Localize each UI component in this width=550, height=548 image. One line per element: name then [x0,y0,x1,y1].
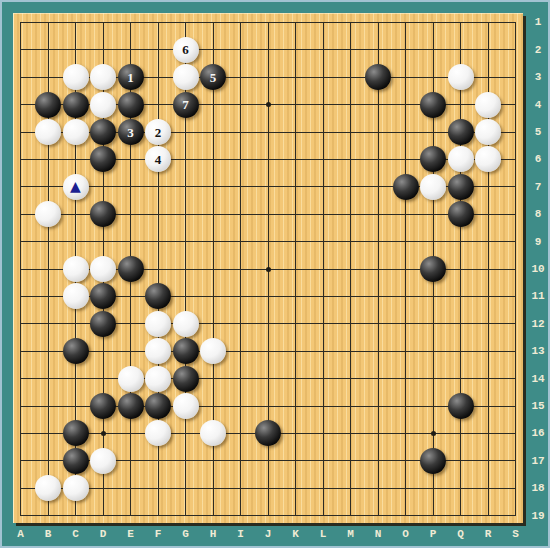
board-point-F4[interactable] [144,91,172,118]
board-point-S6[interactable] [502,146,530,173]
board-point-C5[interactable] [62,118,90,145]
board-point-I6[interactable] [227,146,255,173]
board-point-J5[interactable] [254,118,282,145]
board-point-M7[interactable] [337,173,365,200]
board-point-S2[interactable] [502,36,530,63]
board-point-S7[interactable] [502,173,530,200]
board-point-E6[interactable] [117,146,145,173]
board-point-O3[interactable] [392,64,420,91]
board-point-D4[interactable] [89,91,117,118]
board-point-P8[interactable] [419,201,447,228]
board-point-C10[interactable] [62,255,90,282]
board-point-S4[interactable] [502,91,530,118]
board-point-K15[interactable] [282,392,310,419]
board-point-B18[interactable] [34,474,62,501]
board-point-M18[interactable] [337,474,365,501]
board-point-F18[interactable] [144,474,172,501]
board-point-J7[interactable] [254,173,282,200]
board-point-G17[interactable] [172,447,200,474]
board-point-B12[interactable] [34,310,62,337]
board-point-M3[interactable] [337,64,365,91]
board-point-B9[interactable] [34,228,62,255]
board-point-J8[interactable] [254,201,282,228]
board-point-N2[interactable] [364,36,392,63]
board-point-O13[interactable] [392,338,420,365]
board-point-K13[interactable] [282,338,310,365]
board-point-M11[interactable] [337,283,365,310]
board-point-B1[interactable] [34,9,62,36]
board-point-H6[interactable] [199,146,227,173]
board-point-R5[interactable] [474,118,502,145]
board-point-J4[interactable] [254,91,282,118]
board-point-N11[interactable] [364,283,392,310]
board-point-R1[interactable] [474,9,502,36]
board-point-O7[interactable] [392,173,420,200]
board-point-C8[interactable] [62,201,90,228]
board-point-O9[interactable] [392,228,420,255]
board-point-Q13[interactable] [447,338,475,365]
board-point-O8[interactable] [392,201,420,228]
board-point-J14[interactable] [254,365,282,392]
board-point-O5[interactable] [392,118,420,145]
board-point-A9[interactable] [7,228,35,255]
board-point-I3[interactable] [227,64,255,91]
board-point-L10[interactable] [309,255,337,282]
board-point-O15[interactable] [392,392,420,419]
board-point-C6[interactable] [62,146,90,173]
board-point-K11[interactable] [282,283,310,310]
board-point-Q12[interactable] [447,310,475,337]
board-point-R13[interactable] [474,338,502,365]
board-point-I2[interactable] [227,36,255,63]
board-point-F17[interactable] [144,447,172,474]
board-point-L7[interactable] [309,173,337,200]
board-point-E9[interactable] [117,228,145,255]
board-point-A3[interactable] [7,64,35,91]
board-point-I9[interactable] [227,228,255,255]
board-point-J17[interactable] [254,447,282,474]
board-point-O11[interactable] [392,283,420,310]
board-point-R16[interactable] [474,420,502,447]
board-point-I14[interactable] [227,365,255,392]
board-point-Q17[interactable] [447,447,475,474]
board-point-I11[interactable] [227,283,255,310]
board-point-R4[interactable] [474,91,502,118]
board-point-B15[interactable] [34,392,62,419]
board-point-J9[interactable] [254,228,282,255]
board-point-H2[interactable] [199,36,227,63]
board-point-E8[interactable] [117,201,145,228]
board-point-F14[interactable] [144,365,172,392]
board-point-S1[interactable] [502,9,530,36]
board-point-L13[interactable] [309,338,337,365]
board-point-S17[interactable] [502,447,530,474]
board-point-Q16[interactable] [447,420,475,447]
board-point-M2[interactable] [337,36,365,63]
board-point-N13[interactable] [364,338,392,365]
board-point-M10[interactable] [337,255,365,282]
board-point-H13[interactable] [199,338,227,365]
board-point-Q5[interactable] [447,118,475,145]
board-point-R3[interactable] [474,64,502,91]
board-point-E4[interactable] [117,91,145,118]
board-point-R11[interactable] [474,283,502,310]
board-point-L8[interactable] [309,201,337,228]
board-point-R6[interactable] [474,146,502,173]
board-point-F10[interactable] [144,255,172,282]
board-point-I17[interactable] [227,447,255,474]
board-point-G6[interactable] [172,146,200,173]
board-point-A6[interactable] [7,146,35,173]
board-point-D16[interactable] [89,420,117,447]
board-point-A10[interactable] [7,255,35,282]
board-point-A15[interactable] [7,392,35,419]
board-point-I8[interactable] [227,201,255,228]
board-point-H14[interactable] [199,365,227,392]
board-point-I13[interactable] [227,338,255,365]
board-point-Q8[interactable] [447,201,475,228]
board-point-B13[interactable] [34,338,62,365]
board-point-G12[interactable] [172,310,200,337]
board-point-D12[interactable] [89,310,117,337]
board-point-F1[interactable] [144,9,172,36]
board-point-O16[interactable] [392,420,420,447]
board-point-G14[interactable] [172,365,200,392]
board-point-K12[interactable] [282,310,310,337]
board-point-A18[interactable] [7,474,35,501]
board-point-P17[interactable] [419,447,447,474]
board-point-S13[interactable] [502,338,530,365]
board-point-F12[interactable] [144,310,172,337]
board-point-L11[interactable] [309,283,337,310]
board-point-O1[interactable] [392,9,420,36]
board-point-B7[interactable] [34,173,62,200]
board-point-M9[interactable] [337,228,365,255]
board-point-J1[interactable] [254,9,282,36]
board-point-E2[interactable] [117,36,145,63]
board-point-N1[interactable] [364,9,392,36]
board-point-C7[interactable]: ▲ [62,173,90,200]
board-point-G4[interactable]: 7 [172,91,200,118]
board-point-G1[interactable] [172,9,200,36]
board-point-N5[interactable] [364,118,392,145]
board-point-H9[interactable] [199,228,227,255]
board-point-B3[interactable] [34,64,62,91]
board-point-O14[interactable] [392,365,420,392]
board-point-H5[interactable] [199,118,227,145]
board-point-L4[interactable] [309,91,337,118]
board-point-K3[interactable] [282,64,310,91]
board-point-B11[interactable] [34,283,62,310]
board-point-Q3[interactable] [447,64,475,91]
board-point-G5[interactable] [172,118,200,145]
board-point-K16[interactable] [282,420,310,447]
board-point-C15[interactable] [62,392,90,419]
board-point-G3[interactable] [172,64,200,91]
board-point-J6[interactable] [254,146,282,173]
board-point-F13[interactable] [144,338,172,365]
board-point-K6[interactable] [282,146,310,173]
board-point-M5[interactable] [337,118,365,145]
board-point-D18[interactable] [89,474,117,501]
board-point-Q9[interactable] [447,228,475,255]
board-point-C1[interactable] [62,9,90,36]
board-point-Q18[interactable] [447,474,475,501]
board-point-Q15[interactable] [447,392,475,419]
board-point-S16[interactable] [502,420,530,447]
board-point-C14[interactable] [62,365,90,392]
board-point-I7[interactable] [227,173,255,200]
board-point-D1[interactable] [89,9,117,36]
board-point-H4[interactable] [199,91,227,118]
board-point-L17[interactable] [309,447,337,474]
board-point-O10[interactable] [392,255,420,282]
board-point-P15[interactable] [419,392,447,419]
board-point-B2[interactable] [34,36,62,63]
board-point-J16[interactable] [254,420,282,447]
board-point-S18[interactable] [502,474,530,501]
board-point-I16[interactable] [227,420,255,447]
board-point-Q14[interactable] [447,365,475,392]
board-point-B5[interactable] [34,118,62,145]
board-point-Q11[interactable] [447,283,475,310]
board-point-E1[interactable] [117,9,145,36]
board-point-P4[interactable] [419,91,447,118]
board-point-F11[interactable] [144,283,172,310]
board-point-F7[interactable] [144,173,172,200]
board-point-L9[interactable] [309,228,337,255]
board-point-R9[interactable] [474,228,502,255]
board-point-P9[interactable] [419,228,447,255]
board-point-A12[interactable] [7,310,35,337]
board-point-H7[interactable] [199,173,227,200]
board-point-N16[interactable] [364,420,392,447]
board-point-H12[interactable] [199,310,227,337]
board-point-C16[interactable] [62,420,90,447]
board-point-L6[interactable] [309,146,337,173]
board-point-E17[interactable] [117,447,145,474]
board-point-D8[interactable] [89,201,117,228]
board-point-C18[interactable] [62,474,90,501]
board-point-E18[interactable] [117,474,145,501]
board-point-G13[interactable] [172,338,200,365]
board-point-P14[interactable] [419,365,447,392]
board-point-A11[interactable] [7,283,35,310]
board-point-D9[interactable] [89,228,117,255]
board-point-N4[interactable] [364,91,392,118]
board-point-A5[interactable] [7,118,35,145]
board-point-S10[interactable] [502,255,530,282]
board-point-P10[interactable] [419,255,447,282]
board-point-L1[interactable] [309,9,337,36]
board-point-I1[interactable] [227,9,255,36]
board-point-F9[interactable] [144,228,172,255]
board-point-E10[interactable] [117,255,145,282]
board-point-K14[interactable] [282,365,310,392]
board-point-C3[interactable] [62,64,90,91]
board-point-K4[interactable] [282,91,310,118]
board-point-Q6[interactable] [447,146,475,173]
board-point-S12[interactable] [502,310,530,337]
board-point-R12[interactable] [474,310,502,337]
board-point-M17[interactable] [337,447,365,474]
board-point-C11[interactable] [62,283,90,310]
board-point-B16[interactable] [34,420,62,447]
board-point-O2[interactable] [392,36,420,63]
board-point-J13[interactable] [254,338,282,365]
board-point-A16[interactable] [7,420,35,447]
board-point-A4[interactable] [7,91,35,118]
board-point-N9[interactable] [364,228,392,255]
board-point-K17[interactable] [282,447,310,474]
board-point-J12[interactable] [254,310,282,337]
board-point-R10[interactable] [474,255,502,282]
board-point-M16[interactable] [337,420,365,447]
board-point-A8[interactable] [7,201,35,228]
board-point-G15[interactable] [172,392,200,419]
board-point-H15[interactable] [199,392,227,419]
board-point-O12[interactable] [392,310,420,337]
board-point-B6[interactable] [34,146,62,173]
board-point-S11[interactable] [502,283,530,310]
board-point-I4[interactable] [227,91,255,118]
board-point-N7[interactable] [364,173,392,200]
board-point-H17[interactable] [199,447,227,474]
board-point-N14[interactable] [364,365,392,392]
board-point-H1[interactable] [199,9,227,36]
board-point-D13[interactable] [89,338,117,365]
board-point-E16[interactable] [117,420,145,447]
board-point-N15[interactable] [364,392,392,419]
board-point-S8[interactable] [502,201,530,228]
board-point-D11[interactable] [89,283,117,310]
board-point-Q10[interactable] [447,255,475,282]
board-point-N8[interactable] [364,201,392,228]
board-point-E14[interactable] [117,365,145,392]
board-point-M15[interactable] [337,392,365,419]
board-point-C2[interactable] [62,36,90,63]
board-point-R18[interactable] [474,474,502,501]
board-point-F2[interactable] [144,36,172,63]
board-point-M6[interactable] [337,146,365,173]
board-point-N18[interactable] [364,474,392,501]
board-point-C12[interactable] [62,310,90,337]
board-point-I12[interactable] [227,310,255,337]
board-point-P7[interactable] [419,173,447,200]
board-point-A7[interactable] [7,173,35,200]
board-point-N17[interactable] [364,447,392,474]
board-point-S9[interactable] [502,228,530,255]
board-point-S3[interactable] [502,64,530,91]
board-point-M13[interactable] [337,338,365,365]
board-point-S15[interactable] [502,392,530,419]
board-point-G9[interactable] [172,228,200,255]
board-point-Q1[interactable] [447,9,475,36]
board-point-I15[interactable] [227,392,255,419]
board-point-L15[interactable] [309,392,337,419]
board-point-D15[interactable] [89,392,117,419]
board-point-D5[interactable] [89,118,117,145]
board-point-O6[interactable] [392,146,420,173]
board-point-E5[interactable]: 3 [117,118,145,145]
board-point-R17[interactable] [474,447,502,474]
board-point-G8[interactable] [172,201,200,228]
board-point-B10[interactable] [34,255,62,282]
board-point-P16[interactable] [419,420,447,447]
board-point-R2[interactable] [474,36,502,63]
board-point-L2[interactable] [309,36,337,63]
board-point-M8[interactable] [337,201,365,228]
board-point-F3[interactable] [144,64,172,91]
board-point-C13[interactable] [62,338,90,365]
board-point-R7[interactable] [474,173,502,200]
board-point-R14[interactable] [474,365,502,392]
board-point-M12[interactable] [337,310,365,337]
board-point-I18[interactable] [227,474,255,501]
board-point-K5[interactable] [282,118,310,145]
board-point-K1[interactable] [282,9,310,36]
board-point-E12[interactable] [117,310,145,337]
board-point-P11[interactable] [419,283,447,310]
board-point-R15[interactable] [474,392,502,419]
board-point-A17[interactable] [7,447,35,474]
board-point-G18[interactable] [172,474,200,501]
board-point-L12[interactable] [309,310,337,337]
board-point-B4[interactable] [34,91,62,118]
board-point-R8[interactable] [474,201,502,228]
board-point-I10[interactable] [227,255,255,282]
board-point-F8[interactable] [144,201,172,228]
board-point-A2[interactable] [7,36,35,63]
board-point-P6[interactable] [419,146,447,173]
board-point-F15[interactable] [144,392,172,419]
board-point-P2[interactable] [419,36,447,63]
board-point-K8[interactable] [282,201,310,228]
board-point-H11[interactable] [199,283,227,310]
board-point-P5[interactable] [419,118,447,145]
board-point-A14[interactable] [7,365,35,392]
board-point-P13[interactable] [419,338,447,365]
board-point-B14[interactable] [34,365,62,392]
board-point-P3[interactable] [419,64,447,91]
board-point-N10[interactable] [364,255,392,282]
board-point-E7[interactable] [117,173,145,200]
board-point-E13[interactable] [117,338,145,365]
board-point-M4[interactable] [337,91,365,118]
board-point-E3[interactable]: 1 [117,64,145,91]
board-point-F6[interactable]: 4 [144,146,172,173]
board-point-J11[interactable] [254,283,282,310]
board-point-G16[interactable] [172,420,200,447]
board-point-F16[interactable] [144,420,172,447]
board-point-N6[interactable] [364,146,392,173]
board-point-J2[interactable] [254,36,282,63]
board-point-B17[interactable] [34,447,62,474]
board-point-L16[interactable] [309,420,337,447]
board-point-Q4[interactable] [447,91,475,118]
board-point-N12[interactable] [364,310,392,337]
board-point-Q2[interactable] [447,36,475,63]
board-point-E11[interactable] [117,283,145,310]
board-point-H18[interactable] [199,474,227,501]
board-point-N3[interactable] [364,64,392,91]
board-point-J3[interactable] [254,64,282,91]
board-point-B8[interactable] [34,201,62,228]
board-point-C9[interactable] [62,228,90,255]
board-point-O17[interactable] [392,447,420,474]
board-point-D14[interactable] [89,365,117,392]
board-point-A1[interactable] [7,9,35,36]
